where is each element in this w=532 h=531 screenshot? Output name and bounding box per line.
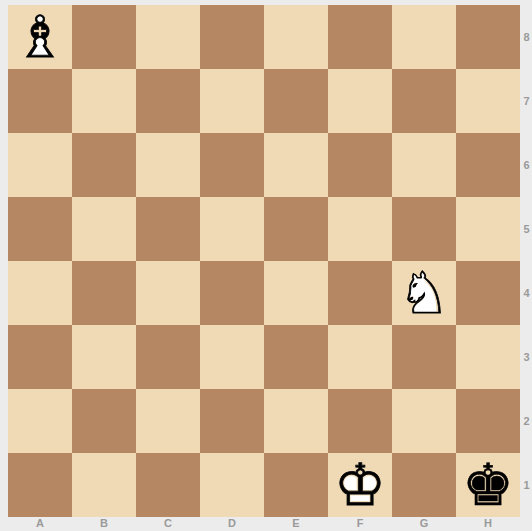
file-label-g: G [392, 517, 456, 531]
square-h1[interactable]: ♚ [456, 453, 520, 517]
square-b3[interactable] [72, 325, 136, 389]
square-b4[interactable] [72, 261, 136, 325]
square-h6[interactable] [456, 133, 520, 197]
file-label-e: E [264, 517, 328, 531]
file-label-c: C [136, 517, 200, 531]
square-b8[interactable] [72, 5, 136, 69]
square-b6[interactable] [72, 133, 136, 197]
square-d5[interactable] [200, 197, 264, 261]
file-label-a: A [8, 517, 72, 531]
square-h7[interactable] [456, 69, 520, 133]
square-g4[interactable]: ♞♘ [392, 261, 456, 325]
square-b1[interactable] [72, 453, 136, 517]
square-c6[interactable] [136, 133, 200, 197]
square-h2[interactable] [456, 389, 520, 453]
square-b7[interactable] [72, 69, 136, 133]
square-f3[interactable] [328, 325, 392, 389]
square-b2[interactable] [72, 389, 136, 453]
square-c7[interactable] [136, 69, 200, 133]
square-c1[interactable] [136, 453, 200, 517]
square-f2[interactable] [328, 389, 392, 453]
rank-label-1: 1 [521, 453, 532, 517]
square-a5[interactable] [8, 197, 72, 261]
square-e8[interactable] [264, 5, 328, 69]
rank-label-7: 7 [521, 69, 532, 133]
square-g5[interactable] [392, 197, 456, 261]
black-king-glyph: ♚ [456, 453, 520, 517]
rank-label-6: 6 [521, 133, 532, 197]
white-bishop-outline: ♗ [8, 5, 72, 69]
rank-label-8: 8 [521, 5, 532, 69]
square-g2[interactable] [392, 389, 456, 453]
square-g8[interactable] [392, 5, 456, 69]
square-e4[interactable] [264, 261, 328, 325]
square-a1[interactable] [8, 453, 72, 517]
square-f7[interactable] [328, 69, 392, 133]
rank-label-5: 5 [521, 197, 532, 261]
square-a2[interactable] [8, 389, 72, 453]
square-d3[interactable] [200, 325, 264, 389]
square-f4[interactable] [328, 261, 392, 325]
square-d1[interactable] [200, 453, 264, 517]
white-knight[interactable]: ♞♘ [392, 261, 456, 325]
square-h5[interactable] [456, 197, 520, 261]
square-c5[interactable] [136, 197, 200, 261]
rank-labels: 87654321 [521, 5, 532, 517]
square-d2[interactable] [200, 389, 264, 453]
square-f1[interactable]: ♚♔ [328, 453, 392, 517]
black-king[interactable]: ♚ [456, 453, 520, 517]
square-b5[interactable] [72, 197, 136, 261]
square-e1[interactable] [264, 453, 328, 517]
square-c2[interactable] [136, 389, 200, 453]
square-g1[interactable] [392, 453, 456, 517]
square-a7[interactable] [8, 69, 72, 133]
square-f6[interactable] [328, 133, 392, 197]
file-labels: ABCDEFGH [8, 517, 520, 531]
square-d7[interactable] [200, 69, 264, 133]
white-king[interactable]: ♚♔ [328, 453, 392, 517]
square-h8[interactable] [456, 5, 520, 69]
square-d8[interactable] [200, 5, 264, 69]
file-label-h: H [456, 517, 520, 531]
white-king-outline: ♔ [328, 453, 392, 517]
square-a4[interactable] [8, 261, 72, 325]
white-bishop[interactable]: ♝♗ [8, 5, 72, 69]
rank-label-3: 3 [521, 325, 532, 389]
square-c3[interactable] [136, 325, 200, 389]
square-c4[interactable] [136, 261, 200, 325]
square-d4[interactable] [200, 261, 264, 325]
square-d6[interactable] [200, 133, 264, 197]
page-background: { "game": "chess", "position": "B7/8/8/8… [0, 0, 532, 531]
square-a6[interactable] [8, 133, 72, 197]
white-knight-outline: ♘ [392, 261, 456, 325]
square-h4[interactable] [456, 261, 520, 325]
square-f5[interactable] [328, 197, 392, 261]
square-e2[interactable] [264, 389, 328, 453]
square-f8[interactable] [328, 5, 392, 69]
square-e6[interactable] [264, 133, 328, 197]
square-g3[interactable] [392, 325, 456, 389]
square-h3[interactable] [456, 325, 520, 389]
file-label-d: D [200, 517, 264, 531]
square-a3[interactable] [8, 325, 72, 389]
square-e3[interactable] [264, 325, 328, 389]
square-e5[interactable] [264, 197, 328, 261]
file-label-f: F [328, 517, 392, 531]
square-g7[interactable] [392, 69, 456, 133]
square-g6[interactable] [392, 133, 456, 197]
chess-board: ♝♗♞♘♚♔♚ [8, 5, 520, 517]
file-label-b: B [72, 517, 136, 531]
square-a8[interactable]: ♝♗ [8, 5, 72, 69]
square-e7[interactable] [264, 69, 328, 133]
rank-label-2: 2 [521, 389, 532, 453]
square-c8[interactable] [136, 5, 200, 69]
rank-label-4: 4 [521, 261, 532, 325]
